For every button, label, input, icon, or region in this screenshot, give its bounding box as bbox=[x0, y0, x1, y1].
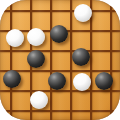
grid-line-vertical bbox=[10, 0, 12, 120]
go-board[interactable]: ○○○●●●●●○●○ bbox=[0, 0, 120, 120]
black-stone: ● bbox=[72, 48, 90, 66]
white-stone: ○ bbox=[73, 73, 91, 91]
grid-line-horizontal bbox=[0, 90, 120, 92]
grid-line-horizontal bbox=[0, 50, 120, 52]
white-stone: ○ bbox=[27, 28, 45, 46]
black-stone: ● bbox=[27, 50, 45, 68]
grid-line-vertical bbox=[50, 0, 52, 120]
grid-line-horizontal bbox=[0, 110, 120, 112]
grid-line-horizontal bbox=[0, 10, 120, 12]
white-stone: ○ bbox=[74, 4, 92, 22]
black-stone: ● bbox=[48, 72, 66, 90]
grid-line-vertical bbox=[110, 0, 112, 120]
app-icon[interactable]: ○○○●●●●●○●○ bbox=[0, 0, 120, 120]
black-stone: ● bbox=[50, 25, 68, 43]
white-stone: ○ bbox=[30, 91, 48, 109]
black-stone: ● bbox=[3, 70, 21, 88]
white-stone: ○ bbox=[6, 29, 24, 47]
black-stone: ● bbox=[95, 72, 113, 90]
